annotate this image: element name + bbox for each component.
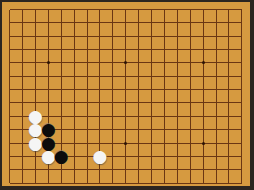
intersection-H8[interactable] — [93, 83, 106, 96]
intersection-D13[interactable] — [42, 16, 55, 29]
intersection-T2[interactable] — [235, 163, 248, 176]
grid-line-horizontal — [197, 129, 210, 130]
intersection-L3[interactable] — [132, 150, 145, 163]
intersection-T10[interactable] — [235, 56, 248, 69]
intersection-G7[interactable] — [81, 96, 94, 109]
grid-line-horizontal — [119, 169, 132, 170]
intersection-M12[interactable] — [145, 30, 158, 43]
intersection-L13[interactable] — [132, 16, 145, 29]
grid-line-horizontal — [210, 36, 223, 37]
intersection-F11[interactable] — [68, 43, 81, 56]
grid-line-horizontal — [158, 62, 171, 63]
intersection-C10[interactable] — [29, 56, 42, 69]
intersection-N3[interactable] — [158, 150, 171, 163]
intersection-R9[interactable] — [210, 70, 223, 83]
intersection-D10[interactable] — [42, 56, 55, 69]
intersection-T4[interactable] — [235, 136, 248, 149]
intersection-Q3[interactable] — [197, 150, 210, 163]
intersection-B12[interactable] — [16, 30, 29, 43]
intersection-K9[interactable] — [119, 70, 132, 83]
intersection-Q11[interactable] — [197, 43, 210, 56]
intersection-S1[interactable] — [223, 176, 236, 186]
intersection-O6[interactable] — [171, 110, 184, 123]
intersection-S11[interactable] — [223, 43, 236, 56]
intersection-B8[interactable] — [16, 83, 29, 96]
intersection-F7[interactable] — [68, 96, 81, 109]
grid-line-horizontal — [106, 22, 119, 23]
intersection-E14[interactable] — [55, 3, 68, 16]
intersection-P9[interactable] — [184, 70, 197, 83]
intersection-B14[interactable] — [16, 3, 29, 16]
intersection-B11[interactable] — [16, 43, 29, 56]
intersection-A13[interactable] — [3, 16, 16, 29]
intersection-L7[interactable] — [132, 96, 145, 109]
intersection-K4[interactable] — [119, 136, 132, 149]
intersection-T8[interactable] — [235, 83, 248, 96]
intersection-A9[interactable] — [3, 70, 16, 83]
intersection-R10[interactable] — [210, 56, 223, 69]
intersection-E5[interactable] — [55, 123, 68, 136]
intersection-J9[interactable] — [106, 70, 119, 83]
intersection-P1[interactable] — [184, 176, 197, 186]
intersection-R4[interactable] — [210, 136, 223, 149]
intersection-J11[interactable] — [106, 43, 119, 56]
intersection-K12[interactable] — [119, 30, 132, 43]
intersection-L1[interactable] — [132, 176, 145, 186]
intersection-Q5[interactable] — [197, 123, 210, 136]
grid-line-horizontal — [223, 89, 236, 90]
intersection-Q8[interactable] — [197, 83, 210, 96]
intersection-T7[interactable] — [235, 96, 248, 109]
intersection-C9[interactable] — [29, 70, 42, 83]
intersection-A4[interactable] — [3, 136, 16, 149]
intersection-C1[interactable] — [29, 176, 42, 186]
intersection-R3[interactable] — [210, 150, 223, 163]
intersection-O12[interactable] — [171, 30, 184, 43]
intersection-Q9[interactable] — [197, 70, 210, 83]
grid-line-horizontal — [171, 169, 184, 170]
intersection-M7[interactable] — [145, 96, 158, 109]
intersection-K1[interactable] — [119, 176, 132, 186]
intersection-O3[interactable] — [171, 150, 184, 163]
intersection-H6[interactable] — [93, 110, 106, 123]
intersection-N12[interactable] — [158, 30, 171, 43]
intersection-F13[interactable] — [68, 16, 81, 29]
grid-line-horizontal — [106, 36, 119, 37]
grid-line-horizontal — [171, 156, 184, 157]
intersection-E12[interactable] — [55, 30, 68, 43]
intersection-G9[interactable] — [81, 70, 94, 83]
intersection-N14[interactable] — [158, 3, 171, 16]
intersection-S8[interactable] — [223, 83, 236, 96]
intersection-N2[interactable] — [158, 163, 171, 176]
intersection-P5[interactable] — [184, 123, 197, 136]
intersection-R14[interactable] — [210, 3, 223, 16]
intersection-R6[interactable] — [210, 110, 223, 123]
intersection-M4[interactable] — [145, 136, 158, 149]
intersection-L8[interactable] — [132, 83, 145, 96]
grid-line-vertical — [216, 10, 217, 17]
intersection-J13[interactable] — [106, 16, 119, 29]
intersection-S5[interactable] — [223, 123, 236, 136]
intersection-K8[interactable] — [119, 83, 132, 96]
intersection-C8[interactable] — [29, 83, 42, 96]
intersection-N11[interactable] — [158, 43, 171, 56]
intersection-G5[interactable] — [81, 123, 94, 136]
intersection-Q6[interactable] — [197, 110, 210, 123]
grid-line-horizontal — [29, 169, 42, 170]
intersection-M2[interactable] — [145, 163, 158, 176]
intersection-D7[interactable] — [42, 96, 55, 109]
grid-line-horizontal — [29, 76, 42, 77]
intersection-F2[interactable] — [68, 163, 81, 176]
intersection-H3[interactable]: ● — [93, 150, 106, 163]
intersection-E10[interactable] — [55, 56, 68, 69]
intersection-R7[interactable] — [210, 96, 223, 109]
intersection-O10[interactable] — [171, 56, 184, 69]
intersection-R2[interactable] — [210, 163, 223, 176]
intersection-A8[interactable] — [3, 83, 16, 96]
intersection-Q10[interactable] — [197, 56, 210, 69]
grid-line-horizontal — [93, 76, 106, 77]
intersection-T14[interactable] — [235, 3, 248, 16]
intersection-L4[interactable] — [132, 136, 145, 149]
intersection-J7[interactable] — [106, 96, 119, 109]
intersection-J1[interactable] — [106, 176, 119, 186]
intersection-J8[interactable] — [106, 83, 119, 96]
intersection-E1[interactable] — [55, 176, 68, 186]
grid-line-horizontal — [158, 22, 171, 23]
intersection-B13[interactable] — [16, 16, 29, 29]
intersection-F9[interactable] — [68, 70, 81, 83]
grid-line-horizontal — [29, 183, 42, 184]
intersection-C13[interactable] — [29, 16, 42, 29]
intersection-A3[interactable] — [3, 150, 16, 163]
intersection-S2[interactable] — [223, 163, 236, 176]
intersection-E11[interactable] — [55, 43, 68, 56]
intersection-H13[interactable] — [93, 16, 106, 29]
intersection-O2[interactable] — [171, 163, 184, 176]
intersection-S3[interactable] — [223, 150, 236, 163]
intersection-A12[interactable] — [3, 30, 16, 43]
intersection-D12[interactable] — [42, 30, 55, 43]
intersection-N10[interactable] — [158, 56, 171, 69]
intersection-H11[interactable] — [93, 43, 106, 56]
intersection-M8[interactable] — [145, 83, 158, 96]
intersection-S12[interactable] — [223, 30, 236, 43]
grid-line-horizontal — [158, 76, 171, 77]
intersection-R12[interactable] — [210, 30, 223, 43]
intersection-L2[interactable] — [132, 163, 145, 176]
grid-line-horizontal — [145, 62, 158, 63]
intersection-H14[interactable] — [93, 3, 106, 16]
grid-line-horizontal — [106, 49, 119, 50]
grid-line-horizontal — [223, 76, 236, 77]
intersection-Q14[interactable] — [197, 3, 210, 16]
intersection-F8[interactable] — [68, 83, 81, 96]
intersection-P3[interactable] — [184, 150, 197, 163]
grid-line-horizontal — [223, 183, 236, 184]
intersection-A5[interactable] — [3, 123, 16, 136]
grid-line-horizontal — [93, 49, 106, 50]
intersection-P12[interactable] — [184, 30, 197, 43]
intersection-N7[interactable] — [158, 96, 171, 109]
intersection-K11[interactable] — [119, 43, 132, 56]
intersection-E13[interactable] — [55, 16, 68, 29]
intersection-N1[interactable] — [158, 176, 171, 186]
intersection-P8[interactable] — [184, 83, 197, 96]
intersection-S7[interactable] — [223, 96, 236, 109]
grid-line-horizontal — [145, 102, 158, 103]
grid-line-horizontal — [223, 143, 236, 144]
intersection-T6[interactable] — [235, 110, 248, 123]
intersection-J14[interactable] — [106, 3, 119, 16]
grid-line-horizontal — [16, 89, 29, 90]
grid-line-horizontal — [197, 116, 210, 117]
intersection-N5[interactable] — [158, 123, 171, 136]
intersection-G6[interactable] — [81, 110, 94, 123]
grid-line-vertical — [151, 10, 152, 17]
grid-line-horizontal — [210, 143, 223, 144]
intersection-S10[interactable] — [223, 56, 236, 69]
intersection-R13[interactable] — [210, 16, 223, 29]
intersection-N9[interactable] — [158, 70, 171, 83]
intersection-K6[interactable] — [119, 110, 132, 123]
grid-line-horizontal — [171, 36, 184, 37]
intersection-O5[interactable] — [171, 123, 184, 136]
intersection-E9[interactable] — [55, 70, 68, 83]
intersection-T11[interactable] — [235, 43, 248, 56]
intersection-A14[interactable] — [3, 3, 16, 16]
intersection-C11[interactable] — [29, 43, 42, 56]
intersection-L12[interactable] — [132, 30, 145, 43]
intersection-L6[interactable] — [132, 110, 145, 123]
intersection-O1[interactable] — [171, 176, 184, 186]
intersection-T9[interactable] — [235, 70, 248, 83]
intersection-P11[interactable] — [184, 43, 197, 56]
intersection-L9[interactable] — [132, 70, 145, 83]
grid-line-horizontal — [81, 89, 94, 90]
grid-line-horizontal — [158, 129, 171, 130]
intersection-T3[interactable] — [235, 150, 248, 163]
intersection-P10[interactable] — [184, 56, 197, 69]
intersection-O4[interactable] — [171, 136, 184, 149]
intersection-H9[interactable] — [93, 70, 106, 83]
intersection-J6[interactable] — [106, 110, 119, 123]
intersection-R11[interactable] — [210, 43, 223, 56]
grid-line-horizontal — [81, 143, 94, 144]
intersection-H10[interactable] — [93, 56, 106, 69]
intersection-O9[interactable] — [171, 70, 184, 83]
intersection-R8[interactable] — [210, 83, 223, 96]
intersection-P6[interactable] — [184, 110, 197, 123]
intersection-S14[interactable] — [223, 3, 236, 16]
intersection-M13[interactable] — [145, 16, 158, 29]
intersection-M5[interactable] — [145, 123, 158, 136]
intersection-E6[interactable] — [55, 110, 68, 123]
intersection-L14[interactable] — [132, 3, 145, 16]
intersection-K13[interactable] — [119, 16, 132, 29]
intersection-N8[interactable] — [158, 83, 171, 96]
intersection-D9[interactable] — [42, 70, 55, 83]
intersection-C14[interactable] — [29, 3, 42, 16]
grid-line-horizontal — [81, 169, 94, 170]
intersection-N13[interactable] — [158, 16, 171, 29]
intersection-A10[interactable] — [3, 56, 16, 69]
intersection-N4[interactable] — [158, 136, 171, 149]
grid-line-vertical — [138, 10, 139, 17]
grid-line-horizontal — [184, 76, 197, 77]
grid-line-horizontal — [132, 169, 145, 170]
intersection-C12[interactable] — [29, 30, 42, 43]
intersection-T12[interactable] — [235, 30, 248, 43]
intersection-P14[interactable] — [184, 3, 197, 16]
intersection-R1[interactable] — [210, 176, 223, 186]
grid-line-horizontal — [68, 89, 81, 90]
intersection-O14[interactable] — [171, 3, 184, 16]
intersection-P7[interactable] — [184, 96, 197, 109]
intersection-G11[interactable] — [81, 43, 94, 56]
intersection-K7[interactable] — [119, 96, 132, 109]
intersection-R5[interactable] — [210, 123, 223, 136]
intersection-O11[interactable] — [171, 43, 184, 56]
grid-line-horizontal — [29, 49, 42, 50]
star-point — [202, 142, 205, 145]
intersection-N6[interactable] — [158, 110, 171, 123]
intersection-S4[interactable] — [223, 136, 236, 149]
intersection-S13[interactable] — [223, 16, 236, 29]
intersection-F4[interactable] — [68, 136, 81, 149]
intersection-G1[interactable] — [81, 176, 94, 186]
intersection-F5[interactable] — [68, 123, 81, 136]
grid-line-horizontal — [93, 143, 106, 144]
intersection-H1[interactable] — [93, 176, 106, 186]
intersection-G8[interactable] — [81, 83, 94, 96]
intersection-S6[interactable] — [223, 110, 236, 123]
intersection-H7[interactable] — [93, 96, 106, 109]
intersection-Q4[interactable] — [197, 136, 210, 149]
intersection-M14[interactable] — [145, 3, 158, 16]
grid-line-horizontal — [55, 143, 68, 144]
intersection-G14[interactable] — [81, 3, 94, 16]
intersection-T5[interactable] — [235, 123, 248, 136]
intersection-F10[interactable] — [68, 56, 81, 69]
intersection-L5[interactable] — [132, 123, 145, 136]
intersection-M1[interactable] — [145, 176, 158, 186]
intersection-B9[interactable] — [16, 70, 29, 83]
intersection-J10[interactable] — [106, 56, 119, 69]
intersection-A11[interactable] — [3, 43, 16, 56]
intersection-P2[interactable] — [184, 163, 197, 176]
intersection-M10[interactable] — [145, 56, 158, 69]
grid-line-horizontal — [197, 89, 210, 90]
intersection-J3[interactable] — [106, 150, 119, 163]
intersection-J12[interactable] — [106, 30, 119, 43]
intersection-O13[interactable] — [171, 16, 184, 29]
intersection-L11[interactable] — [132, 43, 145, 56]
intersection-M9[interactable] — [145, 70, 158, 83]
intersection-D14[interactable] — [42, 3, 55, 16]
intersection-M11[interactable] — [145, 43, 158, 56]
grid-line-horizontal — [81, 22, 94, 23]
intersection-F3[interactable] — [68, 150, 81, 163]
intersection-E3[interactable]: ● — [55, 150, 68, 163]
intersection-B10[interactable] — [16, 56, 29, 69]
grid-line-horizontal — [81, 102, 94, 103]
intersection-Q2[interactable] — [197, 163, 210, 176]
intersection-M3[interactable] — [145, 150, 158, 163]
intersection-D1[interactable] — [42, 176, 55, 186]
intersection-J2[interactable] — [106, 163, 119, 176]
intersection-G12[interactable] — [81, 30, 94, 43]
grid-line-horizontal — [145, 183, 158, 184]
intersection-G10[interactable] — [81, 56, 94, 69]
intersection-T13[interactable] — [235, 16, 248, 29]
intersection-M6[interactable] — [145, 110, 158, 123]
grid-line-horizontal — [197, 36, 210, 37]
intersection-E7[interactable] — [55, 96, 68, 109]
intersection-A1[interactable] — [3, 176, 16, 186]
grid-line-horizontal — [132, 49, 145, 50]
intersection-O7[interactable] — [171, 96, 184, 109]
grid-line-horizontal — [223, 62, 236, 63]
intersection-D8[interactable] — [42, 83, 55, 96]
intersection-Q7[interactable] — [197, 96, 210, 109]
intersection-K3[interactable] — [119, 150, 132, 163]
intersection-B2[interactable] — [16, 163, 29, 176]
grid-line-horizontal — [197, 22, 210, 23]
intersection-T1[interactable] — [235, 176, 248, 186]
grid-line-horizontal — [171, 116, 184, 117]
intersection-P4[interactable] — [184, 136, 197, 149]
intersection-F12[interactable] — [68, 30, 81, 43]
intersection-F6[interactable] — [68, 110, 81, 123]
intersection-A2[interactable] — [3, 163, 16, 176]
intersection-J4[interactable] — [106, 136, 119, 149]
intersection-A6[interactable] — [3, 110, 16, 123]
intersection-J5[interactable] — [106, 123, 119, 136]
intersection-K2[interactable] — [119, 163, 132, 176]
intersection-F14[interactable] — [68, 3, 81, 16]
grid-line-horizontal — [119, 102, 132, 103]
grid-line-horizontal — [68, 49, 81, 50]
intersection-D11[interactable] — [42, 43, 55, 56]
intersection-S9[interactable] — [223, 70, 236, 83]
intersection-E8[interactable] — [55, 83, 68, 96]
intersection-H5[interactable] — [93, 123, 106, 136]
intersection-K5[interactable] — [119, 123, 132, 136]
intersection-Q1[interactable] — [197, 176, 210, 186]
intersection-F1[interactable] — [68, 176, 81, 186]
intersection-B1[interactable] — [16, 176, 29, 186]
grid-line-horizontal — [106, 62, 119, 63]
grid-line-horizontal — [119, 22, 132, 23]
intersection-A7[interactable] — [3, 96, 16, 109]
grid-line-horizontal — [145, 143, 158, 144]
intersection-Q13[interactable] — [197, 16, 210, 29]
intersection-O8[interactable] — [171, 83, 184, 96]
grid-line-vertical — [22, 10, 23, 17]
intersection-K14[interactable] — [119, 3, 132, 16]
grid-line-horizontal — [119, 36, 132, 37]
intersection-L10[interactable] — [132, 56, 145, 69]
intersection-G13[interactable] — [81, 16, 94, 29]
intersection-H12[interactable] — [93, 30, 106, 43]
intersection-P13[interactable] — [184, 16, 197, 29]
intersection-K10[interactable] — [119, 56, 132, 69]
intersection-Q12[interactable] — [197, 30, 210, 43]
grid-line-horizontal — [93, 183, 106, 184]
